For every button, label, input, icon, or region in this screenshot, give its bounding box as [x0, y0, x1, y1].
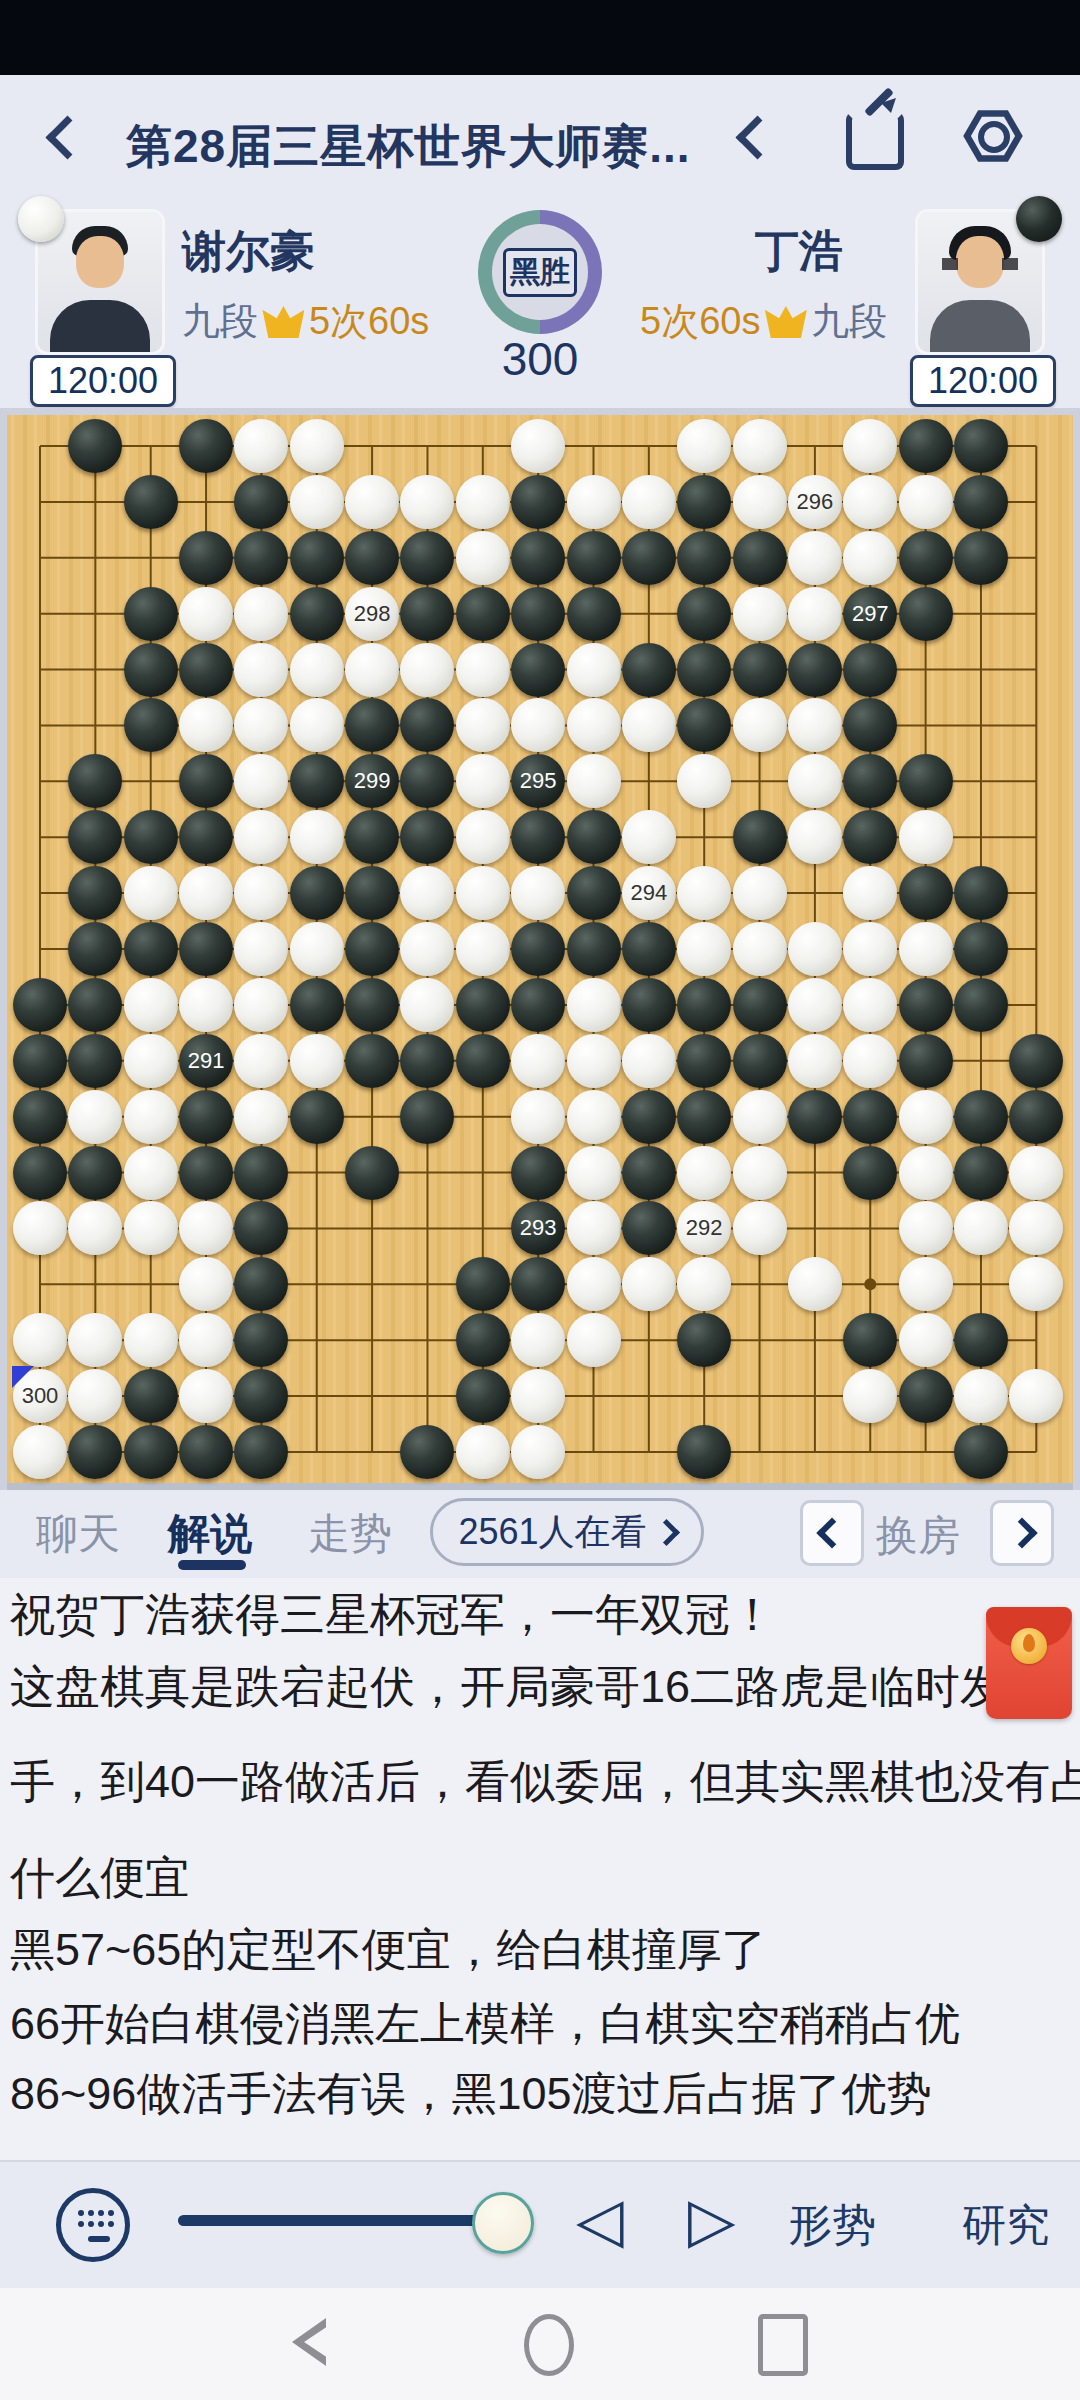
black-stone-2-14	[68, 1146, 122, 1200]
white-stone-15-16	[788, 1257, 842, 1311]
white-stone-3-17	[124, 1313, 178, 1367]
white-stone-17-14	[899, 1146, 953, 1200]
black-stone-10-8	[511, 810, 565, 864]
white-stone-5-4	[234, 587, 288, 641]
black-stone-11-10	[567, 922, 621, 976]
keyboard-icon[interactable]	[56, 2188, 130, 2262]
prev-room-button[interactable]	[800, 1500, 864, 1566]
white-stone-9-3	[456, 531, 510, 585]
white-stone-18-15	[954, 1201, 1008, 1255]
black-stone-17-4	[899, 587, 953, 641]
record-target-icon-ring	[978, 121, 1010, 153]
white-stone-4-16	[179, 1257, 233, 1311]
black-stone-10-2	[511, 475, 565, 529]
black-stone-16-14	[843, 1146, 897, 1200]
black-stone-7-10	[345, 922, 399, 976]
move-slider-track[interactable]	[178, 2215, 500, 2226]
white-stone-7-5	[345, 643, 399, 697]
black-stone-1-13	[13, 1090, 67, 1144]
white-stone-14-13	[733, 1090, 787, 1144]
white-stone-10-9	[511, 866, 565, 920]
white-stone-3-14	[124, 1146, 178, 1200]
black-stone-9-18	[456, 1369, 510, 1423]
next-move-button[interactable]: ▷	[688, 2188, 736, 2252]
crown-icon	[262, 306, 304, 338]
black-stone-badge	[1016, 196, 1062, 242]
white-stone-12-6	[622, 698, 676, 752]
white-stone-16-11	[843, 978, 897, 1032]
white-stone-9-9	[456, 866, 510, 920]
white-stone-12-9: 294	[622, 866, 676, 920]
black-stone-6-13	[290, 1090, 344, 1144]
black-stone-10-3	[511, 531, 565, 585]
white-stone-12-8	[622, 810, 676, 864]
black-stone-10-4	[511, 587, 565, 641]
white-stone-6-8	[290, 810, 344, 864]
white-stone-9-2	[456, 475, 510, 529]
black-stone-11-3	[567, 531, 621, 585]
board-edge-bottom	[0, 1483, 1080, 1490]
move-slider-thumb[interactable]	[472, 2192, 534, 2254]
white-stone-4-4	[179, 587, 233, 641]
chevron-left-icon	[816, 1517, 847, 1548]
white-stone-11-5	[567, 643, 621, 697]
android-back-icon-inner	[304, 2326, 328, 2358]
white-stone-4-11	[179, 978, 233, 1032]
black-stone-4-3	[179, 531, 233, 585]
white-stone-3-15	[124, 1201, 178, 1255]
white-stone-14-6	[733, 698, 787, 752]
black-stone-14-5	[733, 643, 787, 697]
black-stone-7-12	[345, 1034, 399, 1088]
black-stone-4-8	[179, 810, 233, 864]
prev-move-button[interactable]: ◁	[576, 2188, 624, 2252]
black-stone-12-5	[622, 643, 676, 697]
black-stone-6-9	[290, 866, 344, 920]
commentary-line: 86~96做活手法有误，黑105渡过后占据了优势	[10, 2064, 1070, 2124]
black-stone-12-10	[622, 922, 676, 976]
white-stone-3-12	[124, 1034, 178, 1088]
black-stone-2-1	[68, 419, 122, 473]
black-stone-17-11	[899, 978, 953, 1032]
white-stone-11-12	[567, 1034, 621, 1088]
black-stone-7-14	[345, 1146, 399, 1200]
white-stone-15-8	[788, 810, 842, 864]
black-stone-13-11	[677, 978, 731, 1032]
keyboard-icon-dots	[78, 2210, 84, 2216]
black-stone-17-18	[899, 1369, 953, 1423]
white-stone-10-18	[511, 1369, 565, 1423]
black-stone-3-18	[124, 1369, 178, 1423]
switch-room-label[interactable]: 换房	[876, 1508, 960, 1564]
black-stone-8-13	[400, 1090, 454, 1144]
white-stone-17-15	[899, 1201, 953, 1255]
avatar-suit	[50, 300, 150, 352]
black-stone-4-12: 291	[179, 1034, 233, 1088]
white-stone-11-6	[567, 698, 621, 752]
white-stone-15-4	[788, 587, 842, 641]
player-name-right: 丁浩	[755, 222, 843, 281]
black-stone-11-9	[567, 866, 621, 920]
black-stone-7-3	[345, 531, 399, 585]
share-icon[interactable]	[846, 112, 904, 170]
black-stone-3-4	[124, 587, 178, 641]
black-stone-3-2	[124, 475, 178, 529]
black-stone-18-9	[954, 866, 1008, 920]
white-stone-11-15	[567, 1201, 621, 1255]
white-stone-3-11	[124, 978, 178, 1032]
tab-chat[interactable]: 聊天	[36, 1506, 120, 1562]
black-stone-2-12	[68, 1034, 122, 1088]
player-timeouts-left: 5次60s	[309, 300, 429, 342]
white-stone-14-10	[733, 922, 787, 976]
white-stone-12-12	[622, 1034, 676, 1088]
result-donut-inner: 黑胜	[492, 224, 588, 320]
board-edge-right	[1073, 408, 1080, 1490]
black-stone-9-12	[456, 1034, 510, 1088]
avatar-face	[76, 236, 124, 288]
white-stone-10-17	[511, 1313, 565, 1367]
result-badge: 黑胜	[503, 248, 577, 297]
black-stone-18-19	[954, 1425, 1008, 1479]
white-stone-17-13	[899, 1090, 953, 1144]
black-stone-19-12	[1009, 1034, 1063, 1088]
page-title: 第28届三星杯世界大师赛...	[126, 116, 691, 178]
black-stone-7-11	[345, 978, 399, 1032]
white-stone-13-14	[677, 1146, 731, 1200]
black-stone-10-14	[511, 1146, 565, 1200]
black-stone-9-4	[456, 587, 510, 641]
white-stone-8-2	[400, 475, 454, 529]
black-stone-8-4	[400, 587, 454, 641]
black-stone-4-5	[179, 643, 233, 697]
white-stone-17-17	[899, 1313, 953, 1367]
white-stone-badge	[18, 196, 64, 242]
black-stone-2-10	[68, 922, 122, 976]
white-stone-5-1	[234, 419, 288, 473]
black-stone-14-11	[733, 978, 787, 1032]
white-stone-6-10	[290, 922, 344, 976]
black-stone-18-14	[954, 1146, 1008, 1200]
commentary-line: 黑57~65的定型不便宜，给白棋撞厚了	[10, 1920, 1070, 1980]
black-stone-6-4	[290, 587, 344, 641]
white-stone-4-18	[179, 1369, 233, 1423]
white-stone-16-12	[843, 1034, 897, 1088]
black-stone-18-10	[954, 922, 1008, 976]
board-edge-top	[0, 408, 1080, 415]
black-stone-5-3	[234, 531, 288, 585]
black-stone-15-13	[788, 1090, 842, 1144]
black-stone-6-11	[290, 978, 344, 1032]
black-stone-10-5	[511, 643, 565, 697]
black-stone-17-3	[899, 531, 953, 585]
player-rank-left: 九段	[182, 300, 258, 342]
player-info-right: 5次60s 九段	[640, 296, 887, 347]
white-stone-5-10	[234, 922, 288, 976]
black-stone-3-10	[124, 922, 178, 976]
black-stone-1-11	[13, 978, 67, 1032]
black-stone-18-3	[954, 531, 1008, 585]
white-stone-12-2	[622, 475, 676, 529]
white-stone-9-8	[456, 810, 510, 864]
black-stone-5-19	[234, 1425, 288, 1479]
white-stone-11-11	[567, 978, 621, 1032]
black-stone-4-1	[179, 419, 233, 473]
black-stone-3-8	[124, 810, 178, 864]
black-stone-18-2	[954, 475, 1008, 529]
black-stone-17-1	[899, 419, 953, 473]
white-stone-6-1	[290, 419, 344, 473]
black-stone-8-3	[400, 531, 454, 585]
player-rank-right: 九段	[811, 300, 887, 342]
white-stone-4-9	[179, 866, 233, 920]
clock-right: 120:00	[910, 355, 1056, 407]
white-stone-13-10	[677, 922, 731, 976]
white-stone-5-12	[234, 1034, 288, 1088]
white-stone-14-2	[733, 475, 787, 529]
black-stone-13-13	[677, 1090, 731, 1144]
white-stone-15-11	[788, 978, 842, 1032]
white-stone-6-5	[290, 643, 344, 697]
white-stone-10-1	[511, 419, 565, 473]
viewers-pill[interactable]: 2561人在看	[430, 1498, 704, 1566]
black-stone-15-5	[788, 643, 842, 697]
white-stone-19-14	[1009, 1146, 1063, 1200]
black-stone-13-4	[677, 587, 731, 641]
clock-left: 120:00	[30, 355, 176, 407]
white-stone-9-10	[456, 922, 510, 976]
white-stone-7-4: 298	[345, 587, 399, 641]
white-stone-15-7	[788, 754, 842, 808]
black-stone-2-11	[68, 978, 122, 1032]
white-stone-17-16	[899, 1257, 953, 1311]
black-stone-16-5	[843, 643, 897, 697]
tab-active-underline	[178, 1560, 246, 1570]
white-stone-4-17	[179, 1313, 233, 1367]
black-stone-17-7	[899, 754, 953, 808]
viewers-count: 2561人在看	[458, 1508, 646, 1557]
white-stone-3-13	[124, 1090, 178, 1144]
board-edge-left	[0, 408, 7, 1490]
white-stone-1-19	[13, 1425, 67, 1479]
keyboard-icon-dash	[88, 2236, 110, 2242]
black-stone-1-14	[13, 1146, 67, 1200]
black-stone-2-19	[68, 1425, 122, 1479]
chevron-right-icon	[1006, 1517, 1037, 1548]
white-stone-13-9	[677, 866, 731, 920]
player-timeouts-right: 5次60s	[640, 300, 760, 342]
black-stone-18-17	[954, 1313, 1008, 1367]
black-stone-4-10	[179, 922, 233, 976]
white-stone-6-2	[290, 475, 344, 529]
white-stone-15-12	[788, 1034, 842, 1088]
player-info-left: 九段 5次60s	[182, 296, 429, 347]
black-stone-5-14	[234, 1146, 288, 1200]
white-stone-5-5	[234, 643, 288, 697]
white-stone-15-6	[788, 698, 842, 752]
tab-trend[interactable]: 走势	[308, 1506, 392, 1562]
black-stone-3-6	[124, 698, 178, 752]
black-stone-4-7	[179, 754, 233, 808]
white-stone-17-2	[899, 475, 953, 529]
black-stone-12-13	[622, 1090, 676, 1144]
white-stone-6-6	[290, 698, 344, 752]
white-stone-9-6	[456, 698, 510, 752]
chevron-right-icon	[653, 1519, 680, 1546]
white-stone-11-13	[567, 1090, 621, 1144]
black-stone-10-10	[511, 922, 565, 976]
black-stone-19-13	[1009, 1090, 1063, 1144]
black-stone-1-12	[13, 1034, 67, 1088]
black-stone-9-17	[456, 1313, 510, 1367]
white-stone-7-2	[345, 475, 399, 529]
white-stone-8-5	[400, 643, 454, 697]
white-stone-15-2: 296	[788, 475, 842, 529]
status-bar	[0, 0, 1080, 75]
move-count: 300	[440, 332, 640, 386]
black-stone-4-14	[179, 1146, 233, 1200]
white-stone-18-18	[954, 1369, 1008, 1423]
tab-commentary[interactable]: 解说	[168, 1506, 252, 1562]
black-stone-16-13	[843, 1090, 897, 1144]
black-stone-3-5	[124, 643, 178, 697]
white-stone-3-9	[124, 866, 178, 920]
crown-icon	[765, 306, 807, 338]
white-stone-10-13	[511, 1090, 565, 1144]
black-stone-8-12	[400, 1034, 454, 1088]
android-home-icon[interactable]	[524, 2314, 574, 2376]
commentary-line: 66开始白棋侵消黑左上模样，白棋实空稍稍占优	[10, 1994, 1070, 2054]
black-stone-14-3	[733, 531, 787, 585]
white-stone-15-10	[788, 922, 842, 976]
black-stone-5-2	[234, 475, 288, 529]
commentary-line: 这盘棋真是跌宕起伏，开局豪哥16二路虎是临时发明	[10, 1657, 1070, 1717]
black-stone-16-4: 297	[843, 587, 897, 641]
black-stone-12-3	[622, 531, 676, 585]
research-button[interactable]: 研究	[962, 2196, 1050, 2255]
white-stone-9-7	[456, 754, 510, 808]
white-stone-16-10	[843, 922, 897, 976]
black-stone-14-12	[733, 1034, 787, 1088]
black-stone-17-12	[899, 1034, 953, 1088]
situation-button[interactable]: 形势	[788, 2196, 876, 2255]
black-stone-12-11	[622, 978, 676, 1032]
white-stone-5-13	[234, 1090, 288, 1144]
white-stone-2-13	[68, 1090, 122, 1144]
black-stone-13-2	[677, 475, 731, 529]
black-stone-4-19	[179, 1425, 233, 1479]
white-stone-16-9	[843, 866, 897, 920]
white-stone-11-17	[567, 1313, 621, 1367]
black-stone-13-5	[677, 643, 731, 697]
commentary-line: 手，到40一路做活后，看似委屈，但其实黑棋也没有占到	[10, 1752, 1070, 1812]
black-stone-18-11	[954, 978, 1008, 1032]
white-stone-10-12	[511, 1034, 565, 1088]
black-stone-4-13	[179, 1090, 233, 1144]
black-stone-14-8	[733, 810, 787, 864]
white-stone-10-19	[511, 1425, 565, 1479]
black-stone-6-3	[290, 531, 344, 585]
bottom-toolbar	[0, 2160, 1080, 2290]
white-stone-1-17	[13, 1313, 67, 1367]
white-stone-15-3	[788, 531, 842, 585]
white-stone-14-9	[733, 866, 787, 920]
black-stone-7-9	[345, 866, 399, 920]
black-stone-12-15	[622, 1201, 676, 1255]
black-stone-7-8	[345, 810, 399, 864]
black-stone-17-9	[899, 866, 953, 920]
white-stone-17-10	[899, 922, 953, 976]
white-stone-11-16	[567, 1257, 621, 1311]
white-stone-8-11	[400, 978, 454, 1032]
next-room-button[interactable]	[990, 1500, 1054, 1566]
avatar-glasses	[942, 258, 1018, 270]
white-stone-14-4	[733, 587, 787, 641]
black-stone-18-13	[954, 1090, 1008, 1144]
commentary-line: 什么便宜	[10, 1848, 1070, 1908]
last-move-marker	[12, 1366, 34, 1388]
black-stone-18-1	[954, 419, 1008, 473]
white-stone-12-16	[622, 1257, 676, 1311]
black-stone-6-7	[290, 754, 344, 808]
white-stone-11-2	[567, 475, 621, 529]
black-stone-9-11	[456, 978, 510, 1032]
white-stone-9-19	[456, 1425, 510, 1479]
black-stone-3-19	[124, 1425, 178, 1479]
white-stone-5-11	[234, 978, 288, 1032]
black-stone-13-19	[677, 1425, 731, 1479]
android-recents-icon[interactable]	[758, 2314, 808, 2376]
avatar-shirt	[930, 300, 1030, 352]
black-stone-11-8	[567, 810, 621, 864]
black-stone-13-3	[677, 531, 731, 585]
white-stone-16-18	[843, 1369, 897, 1423]
black-stone-13-12	[677, 1034, 731, 1088]
white-stone-16-1	[843, 419, 897, 473]
commentary-line: 祝贺丁浩获得三星杯冠军，一年双冠！	[10, 1585, 1070, 1645]
white-stone-14-1	[733, 419, 787, 473]
black-stone-12-14	[622, 1146, 676, 1200]
white-stone-17-8	[899, 810, 953, 864]
white-stone-9-5	[456, 643, 510, 697]
white-stone-16-3	[843, 531, 897, 585]
white-stone-14-14	[733, 1146, 787, 1200]
white-stone-11-14	[567, 1146, 621, 1200]
white-stone-6-12	[290, 1034, 344, 1088]
black-stone-9-16	[456, 1257, 510, 1311]
white-stone-11-7	[567, 754, 621, 808]
black-stone-11-4	[567, 587, 621, 641]
red-envelope-flame	[1023, 1634, 1035, 1652]
go-board[interactable]: 296298297299295294291293292300	[0, 408, 1080, 1490]
black-stone-10-11	[511, 978, 565, 1032]
white-stone-16-2	[843, 475, 897, 529]
player-name-left: 谢尔豪	[182, 222, 314, 281]
white-stone-13-1	[677, 419, 731, 473]
white-stone-14-15	[733, 1201, 787, 1255]
